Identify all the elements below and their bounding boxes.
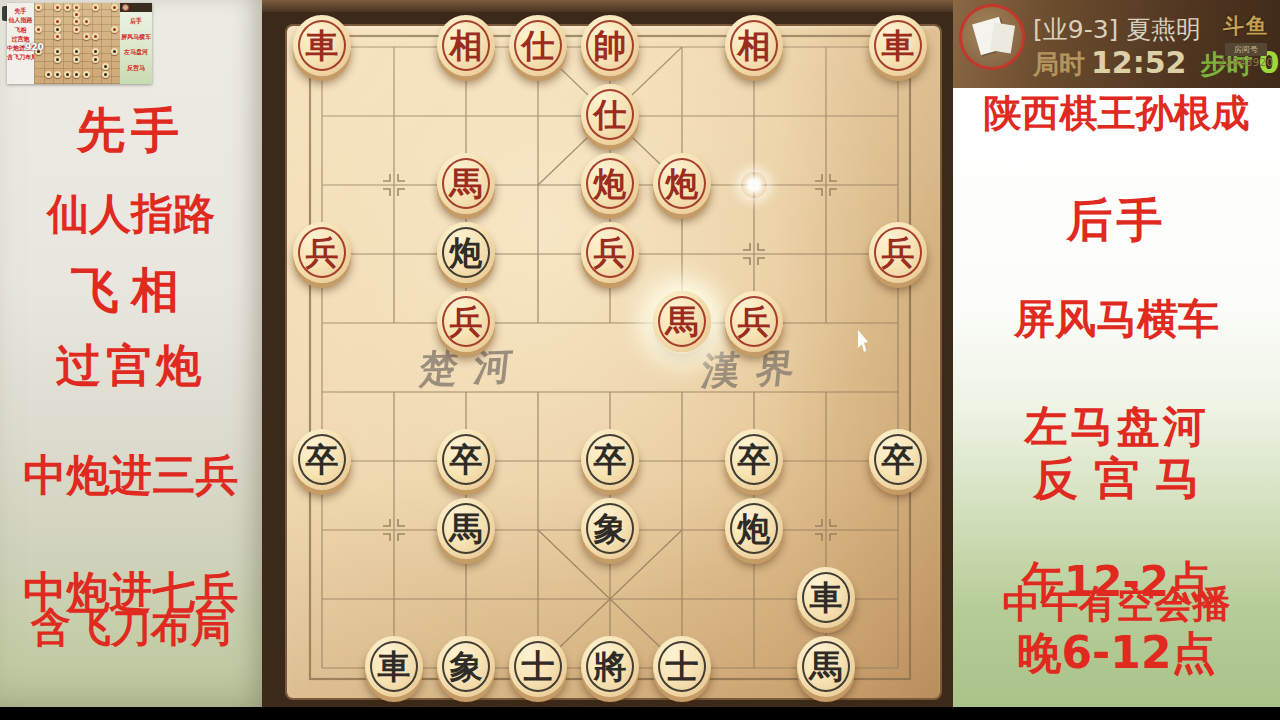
room-number-value: 22943920: [1216, 57, 1276, 68]
annotation-opening-line: 飞相: [0, 265, 262, 315]
player-name: [业9-3] 夏燕明: [1033, 13, 1201, 46]
piece-black-士[interactable]: 士: [509, 636, 567, 697]
annotation-opening-line: 过宫炮: [0, 342, 262, 389]
piece-character: 車: [306, 29, 339, 62]
thumbnail-piece: [92, 33, 99, 40]
piece-red-炮[interactable]: 炮: [581, 153, 639, 214]
thumbnail-piece: [73, 56, 80, 63]
piece-character: 炮: [450, 236, 483, 269]
xiangqi-board[interactable]: 楚河 漢界 車相仕帥相車仕馬炮炮兵炮兵兵兵馬兵卒卒卒卒卒馬象炮車車象士將士馬: [287, 26, 940, 698]
piece-character: 車: [882, 29, 915, 62]
piece-red-兵[interactable]: 兵: [725, 291, 783, 352]
piece-character: 兵: [882, 236, 915, 269]
piece-black-士[interactable]: 士: [653, 636, 711, 697]
piece-character: 炮: [594, 167, 627, 200]
piece-character: 卒: [594, 443, 627, 476]
annotation-opening-line: 屏风马横车: [953, 298, 1280, 341]
thumbnail-text-line: 含飞刀布局: [7, 52, 34, 61]
avatar-photo-paper: [990, 23, 1015, 54]
piece-character: 馬: [810, 650, 843, 683]
thumbnail-piece: [54, 18, 61, 25]
annotation-opening-line: 中炮进三兵: [0, 453, 262, 498]
thumbnail-piece: [35, 4, 42, 11]
annotation-opening-line: 反宫马: [953, 455, 1280, 502]
thumbnail-piece: [92, 4, 99, 11]
piece-character: 卒: [450, 443, 483, 476]
thumbnail-piece: [73, 48, 80, 55]
opponent-title: 陕西棋王孙根成: [953, 94, 1280, 134]
thumbnail-piece: [54, 26, 61, 33]
thumbnail-avatar-icon: [122, 4, 129, 11]
piece-black-炮[interactable]: 炮: [725, 498, 783, 559]
piece-red-兵[interactable]: 兵: [869, 222, 927, 283]
piece-black-馬[interactable]: 馬: [437, 498, 495, 559]
piece-character: 士: [666, 650, 699, 683]
piece-black-將[interactable]: 將: [581, 636, 639, 697]
piece-character: 士: [522, 650, 555, 683]
piece-character: 卒: [738, 443, 771, 476]
thumbnail-piece: [83, 71, 90, 78]
thumbnail-text-line: 仙人指路: [7, 15, 34, 24]
piece-red-兵[interactable]: 兵: [437, 291, 495, 352]
thumbnail-piece: [111, 4, 118, 11]
thumbnail-piece: [73, 71, 80, 78]
piece-red-炮[interactable]: 炮: [653, 153, 711, 214]
thumbnail-piece: [64, 71, 71, 78]
piece-red-相[interactable]: 相: [437, 15, 495, 76]
thumbnail-text-line: 左马盘河: [120, 44, 152, 60]
piece-character: 相: [738, 29, 771, 62]
piece-character: 馬: [450, 512, 483, 545]
thumbnail-piece: [92, 56, 99, 63]
annotation-first-player: 先手: [0, 105, 262, 155]
piece-character: 卒: [882, 443, 915, 476]
board-zone: 楚河 漢界 車相仕帥相車仕馬炮炮兵炮兵兵兵馬兵卒卒卒卒卒馬象炮車車象士將士馬: [262, 0, 953, 707]
piece-black-車[interactable]: 車: [797, 567, 855, 628]
thumbnail-text-line: 飞相: [7, 25, 34, 34]
thumbnail-piece: [111, 26, 118, 33]
piece-black-象[interactable]: 象: [437, 636, 495, 697]
piece-character: 兵: [594, 236, 627, 269]
right-column: [业9-3] 夏燕明 局时12:52步时01:30 斗鱼 房间号 2294392…: [953, 0, 1280, 707]
douyu-logo: 斗鱼 房间号 22943920: [1216, 12, 1276, 68]
thumbnail-text-line: 反宫马: [120, 60, 152, 76]
piece-character: 帥: [594, 29, 627, 62]
annotation-second-player: 后手: [953, 196, 1280, 244]
thumbnail-piece: [64, 4, 71, 11]
piece-character: 兵: [450, 305, 483, 338]
piece-character: 炮: [738, 512, 771, 545]
letterbox-bar: [0, 707, 1280, 720]
piece-red-車[interactable]: 車: [293, 15, 351, 76]
thumbnail-piece: [54, 48, 61, 55]
thumbnail-piece: [73, 18, 80, 25]
piece-red-車[interactable]: 車: [869, 15, 927, 76]
piece-character: 馬: [666, 305, 699, 338]
piece-character: 仕: [522, 29, 555, 62]
thumbnail-piece: [54, 71, 61, 78]
thumbnail-piece: [83, 33, 90, 40]
thumbnail-text-line: 先手: [7, 6, 34, 15]
schedule-line: 晚6-12点: [953, 630, 1280, 676]
annotation-opening-line: 含飞刀布局: [0, 606, 262, 648]
piece-red-帥[interactable]: 帥: [581, 15, 639, 76]
schedule-line: 中午有空会播: [953, 585, 1280, 625]
thumbnail-piece: [111, 48, 118, 55]
piece-black-馬[interactable]: 馬: [797, 636, 855, 697]
thumbnail-piece: [102, 63, 109, 70]
piece-red-仕[interactable]: 仕: [509, 15, 567, 76]
piece-character: 兵: [306, 236, 339, 269]
piece-character: 仕: [594, 98, 627, 131]
piece-character: 車: [810, 581, 843, 614]
pieces-layer: 車相仕帥相車仕馬炮炮兵炮兵兵兵馬兵卒卒卒卒卒馬象炮車車象士將士馬: [287, 26, 940, 698]
piece-character: 象: [594, 512, 627, 545]
game-time-label: 局时: [1033, 49, 1085, 79]
thumbnail-board: [34, 3, 120, 84]
piece-character: 車: [378, 650, 411, 683]
thumbnail-text-line: 屏风马横车: [120, 29, 152, 45]
thumbnail-piece: [83, 18, 90, 25]
thumbnail-piece: [73, 26, 80, 33]
piece-black-象[interactable]: 象: [581, 498, 639, 559]
piece-black-車[interactable]: 車: [365, 636, 423, 697]
piece-character: 兵: [738, 305, 771, 338]
player-avatar[interactable]: [959, 4, 1025, 70]
piece-character: 馬: [450, 167, 483, 200]
piece-black-卒[interactable]: 卒: [725, 429, 783, 490]
annotation-opening-line: 左马盘河: [953, 404, 1280, 449]
thumbnail-piece: [73, 4, 80, 11]
piece-red-仕[interactable]: 仕: [581, 84, 639, 145]
thumbnail-piece: [54, 56, 61, 63]
thumbnail-piece: [102, 71, 109, 78]
douyu-logo-text: 斗鱼: [1216, 12, 1276, 40]
thumbnail-piece: [45, 71, 52, 78]
thumbnail-header: [120, 3, 152, 12]
thumbnail-piece: [54, 4, 61, 11]
annotation-opening-line: 仙人指路: [0, 192, 262, 236]
thumbnail-piece: [73, 11, 80, 18]
piece-character: 將: [594, 650, 627, 683]
piece-red-馬[interactable]: 馬: [437, 153, 495, 214]
piece-black-卒[interactable]: 卒: [437, 429, 495, 490]
piece-black-炮[interactable]: 炮: [437, 222, 495, 283]
player-info-bar: [业9-3] 夏燕明 局时12:52步时01:30 斗鱼 房间号 2294392…: [953, 0, 1280, 88]
piece-character: 炮: [666, 167, 699, 200]
thumbnail-text-line: 后手: [120, 13, 152, 29]
thumbnail-right-panel: 后手 屏风马横车 左马盘河 反宫马: [120, 3, 152, 84]
piece-character: 相: [450, 29, 483, 62]
thumbnail-piece: [35, 26, 42, 33]
piece-character: 象: [450, 650, 483, 683]
stream-frame: 先手 仙人指路 飞相 过宫炮 中炮进三兵 含飞刀布局 后手 屏风马横车 左马盘河…: [0, 0, 1280, 720]
right-annotation-panel: 陕西棋王孙根成 后手 屏风马横车 左马盘河 反宫马 午12-2点 中午有空会播 …: [953, 88, 1280, 707]
thumbnail-piece: [54, 33, 61, 40]
piece-red-馬[interactable]: 馬: [653, 291, 711, 352]
piece-red-兵[interactable]: 兵: [293, 222, 351, 283]
piece-black-卒[interactable]: 卒: [581, 429, 639, 490]
room-number-label: 房间号: [1225, 43, 1267, 56]
thumbnail-overlay-text: 920: [25, 42, 44, 52]
piece-red-兵[interactable]: 兵: [581, 222, 639, 283]
piece-black-卒[interactable]: 卒: [869, 429, 927, 490]
piece-red-相[interactable]: 相: [725, 15, 783, 76]
piece-character: 卒: [306, 443, 339, 476]
stream-thumbnail[interactable]: 先手 仙人指路 飞相 过宫炮 中炮进三兵 含飞刀布局 后手 屏风马横车 左马盘河…: [7, 3, 152, 84]
game-time-value: 12:52: [1091, 45, 1187, 80]
piece-black-卒[interactable]: 卒: [293, 429, 351, 490]
thumbnail-piece: [92, 48, 99, 55]
left-annotation-panel: 先手 仙人指路 飞相 过宫炮 中炮进三兵 含飞刀布局 后手 屏风马横车 左马盘河…: [0, 0, 262, 707]
